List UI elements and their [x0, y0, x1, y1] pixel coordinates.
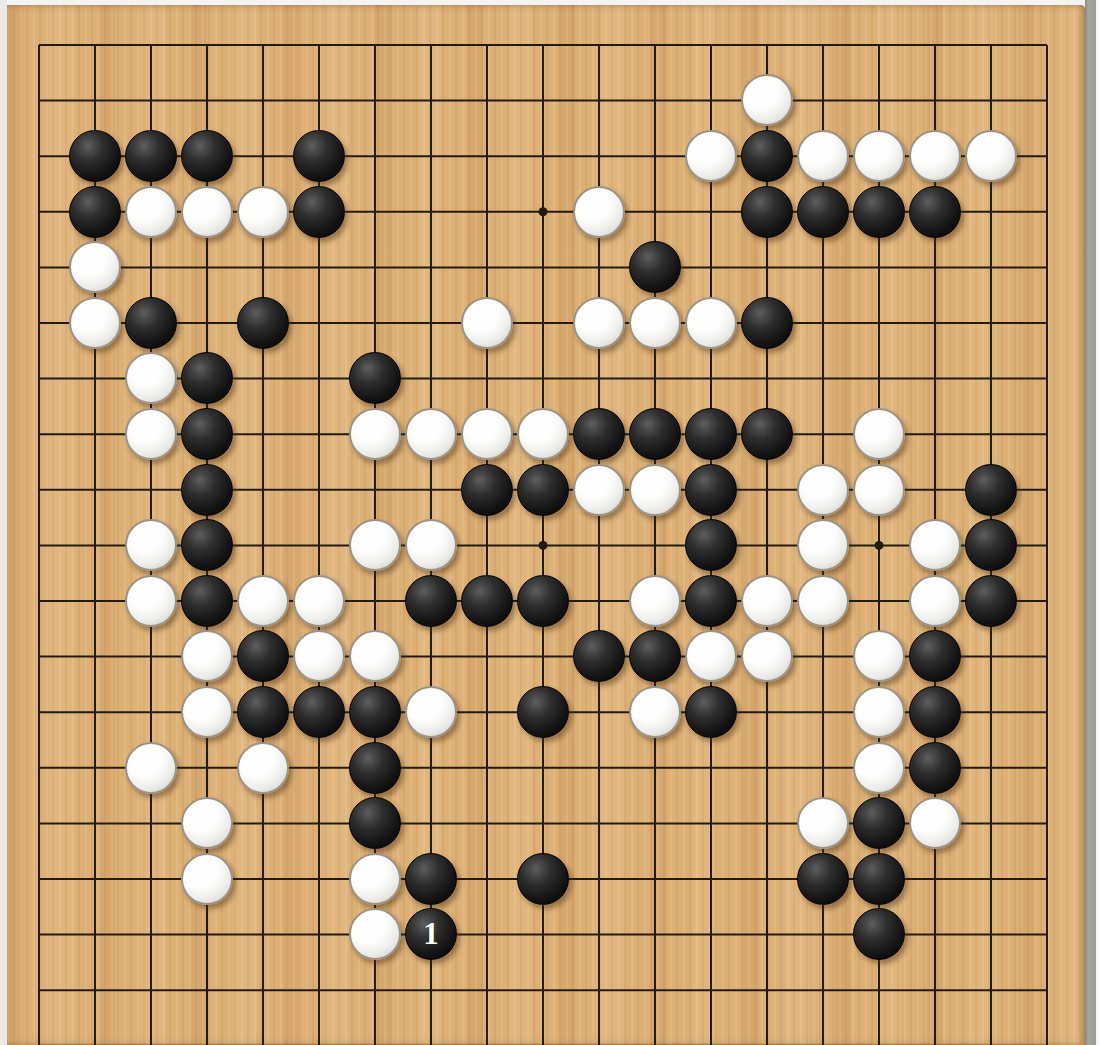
- white-stone: [405, 686, 457, 738]
- black-stone: [797, 186, 849, 238]
- black-stone: [181, 352, 233, 404]
- white-stone: [909, 130, 961, 182]
- white-stone: [237, 186, 289, 238]
- white-stone: [629, 575, 681, 627]
- black-stone: [181, 575, 233, 627]
- stones-grid: 1: [11, 17, 1075, 1045]
- white-stone: [797, 575, 849, 627]
- black-stone: [517, 686, 569, 738]
- black-stone: [293, 686, 345, 738]
- black-stone: [741, 130, 793, 182]
- black-stone: [181, 519, 233, 571]
- white-stone: [573, 297, 625, 349]
- black-stone: [181, 130, 233, 182]
- white-stone: [405, 519, 457, 571]
- black-stone: [69, 130, 121, 182]
- black-stone: [349, 742, 401, 794]
- black-stone: [909, 686, 961, 738]
- white-stone: [293, 575, 345, 627]
- white-stone: [125, 519, 177, 571]
- white-stone: [741, 575, 793, 627]
- white-stone: [349, 519, 401, 571]
- black-stone: [293, 130, 345, 182]
- white-stone: [125, 186, 177, 238]
- black-stone: [517, 464, 569, 516]
- white-stone: [853, 408, 905, 460]
- white-stone: [349, 408, 401, 460]
- black-stone: [853, 797, 905, 849]
- white-stone: [797, 519, 849, 571]
- white-stone: [853, 130, 905, 182]
- white-stone: [685, 630, 737, 682]
- black-stone: [573, 630, 625, 682]
- black-stone: [909, 742, 961, 794]
- white-stone: [853, 464, 905, 516]
- black-stone: [405, 853, 457, 905]
- black-stone: [517, 575, 569, 627]
- black-stone: [293, 186, 345, 238]
- white-stone: [125, 742, 177, 794]
- black-stone: [461, 464, 513, 516]
- black-stone: [685, 519, 737, 571]
- black-stone: [965, 519, 1017, 571]
- black-stone: [685, 408, 737, 460]
- black-stone: [349, 352, 401, 404]
- black-stone: [741, 408, 793, 460]
- black-stone: [237, 630, 289, 682]
- white-stone: [797, 464, 849, 516]
- white-stone: [797, 797, 849, 849]
- white-stone: [69, 297, 121, 349]
- black-stone: [69, 186, 121, 238]
- black-stone: [629, 630, 681, 682]
- black-stone: [853, 908, 905, 960]
- move-1-stone: 1: [405, 908, 457, 960]
- black-stone: [853, 853, 905, 905]
- white-stone: [629, 464, 681, 516]
- white-stone: [853, 630, 905, 682]
- white-stone: [349, 630, 401, 682]
- white-stone: [853, 742, 905, 794]
- white-stone: [125, 575, 177, 627]
- white-stone: [629, 297, 681, 349]
- white-stone: [293, 630, 345, 682]
- white-stone: [685, 130, 737, 182]
- white-stone: [461, 297, 513, 349]
- black-stone: [237, 686, 289, 738]
- black-stone: [685, 464, 737, 516]
- white-stone: [181, 853, 233, 905]
- white-stone: [741, 74, 793, 126]
- black-stone: [909, 186, 961, 238]
- black-stone: [685, 686, 737, 738]
- black-stone: [629, 408, 681, 460]
- black-stone: [125, 130, 177, 182]
- white-stone: [181, 186, 233, 238]
- black-stone: [685, 575, 737, 627]
- white-stone: [629, 686, 681, 738]
- white-stone: [237, 742, 289, 794]
- board-frame-right: [1085, 0, 1100, 1045]
- white-stone: [237, 575, 289, 627]
- black-stone: [181, 464, 233, 516]
- white-stone: [909, 797, 961, 849]
- white-stone: [517, 408, 569, 460]
- white-stone: [965, 130, 1017, 182]
- white-stone: [573, 464, 625, 516]
- white-stone: [181, 630, 233, 682]
- white-stone: [909, 575, 961, 627]
- white-stone: [405, 408, 457, 460]
- go-board-diagram: 1: [0, 0, 1100, 1045]
- white-stone: [69, 241, 121, 293]
- white-stone: [909, 519, 961, 571]
- black-stone: [125, 297, 177, 349]
- black-stone: [349, 797, 401, 849]
- black-stone: [573, 408, 625, 460]
- white-stone: [741, 630, 793, 682]
- black-stone: [853, 186, 905, 238]
- white-stone: [125, 408, 177, 460]
- black-stone: [517, 853, 569, 905]
- white-stone: [125, 352, 177, 404]
- white-stone: [573, 186, 625, 238]
- white-stone: [797, 130, 849, 182]
- black-stone: [965, 575, 1017, 627]
- white-stone: [461, 408, 513, 460]
- black-stone: [741, 186, 793, 238]
- black-stone: [797, 853, 849, 905]
- black-stone: [181, 408, 233, 460]
- white-stone: [181, 797, 233, 849]
- black-stone: [405, 575, 457, 627]
- white-stone: [349, 908, 401, 960]
- move-number-label: 1: [423, 918, 439, 949]
- white-stone: [853, 686, 905, 738]
- white-stone: [181, 686, 233, 738]
- black-stone: [909, 630, 961, 682]
- black-stone: [461, 575, 513, 627]
- black-stone: [349, 686, 401, 738]
- black-stone: [237, 297, 289, 349]
- white-stone: [685, 297, 737, 349]
- white-stone: [349, 853, 401, 905]
- black-stone: [741, 297, 793, 349]
- black-stone: [629, 241, 681, 293]
- black-stone: [965, 464, 1017, 516]
